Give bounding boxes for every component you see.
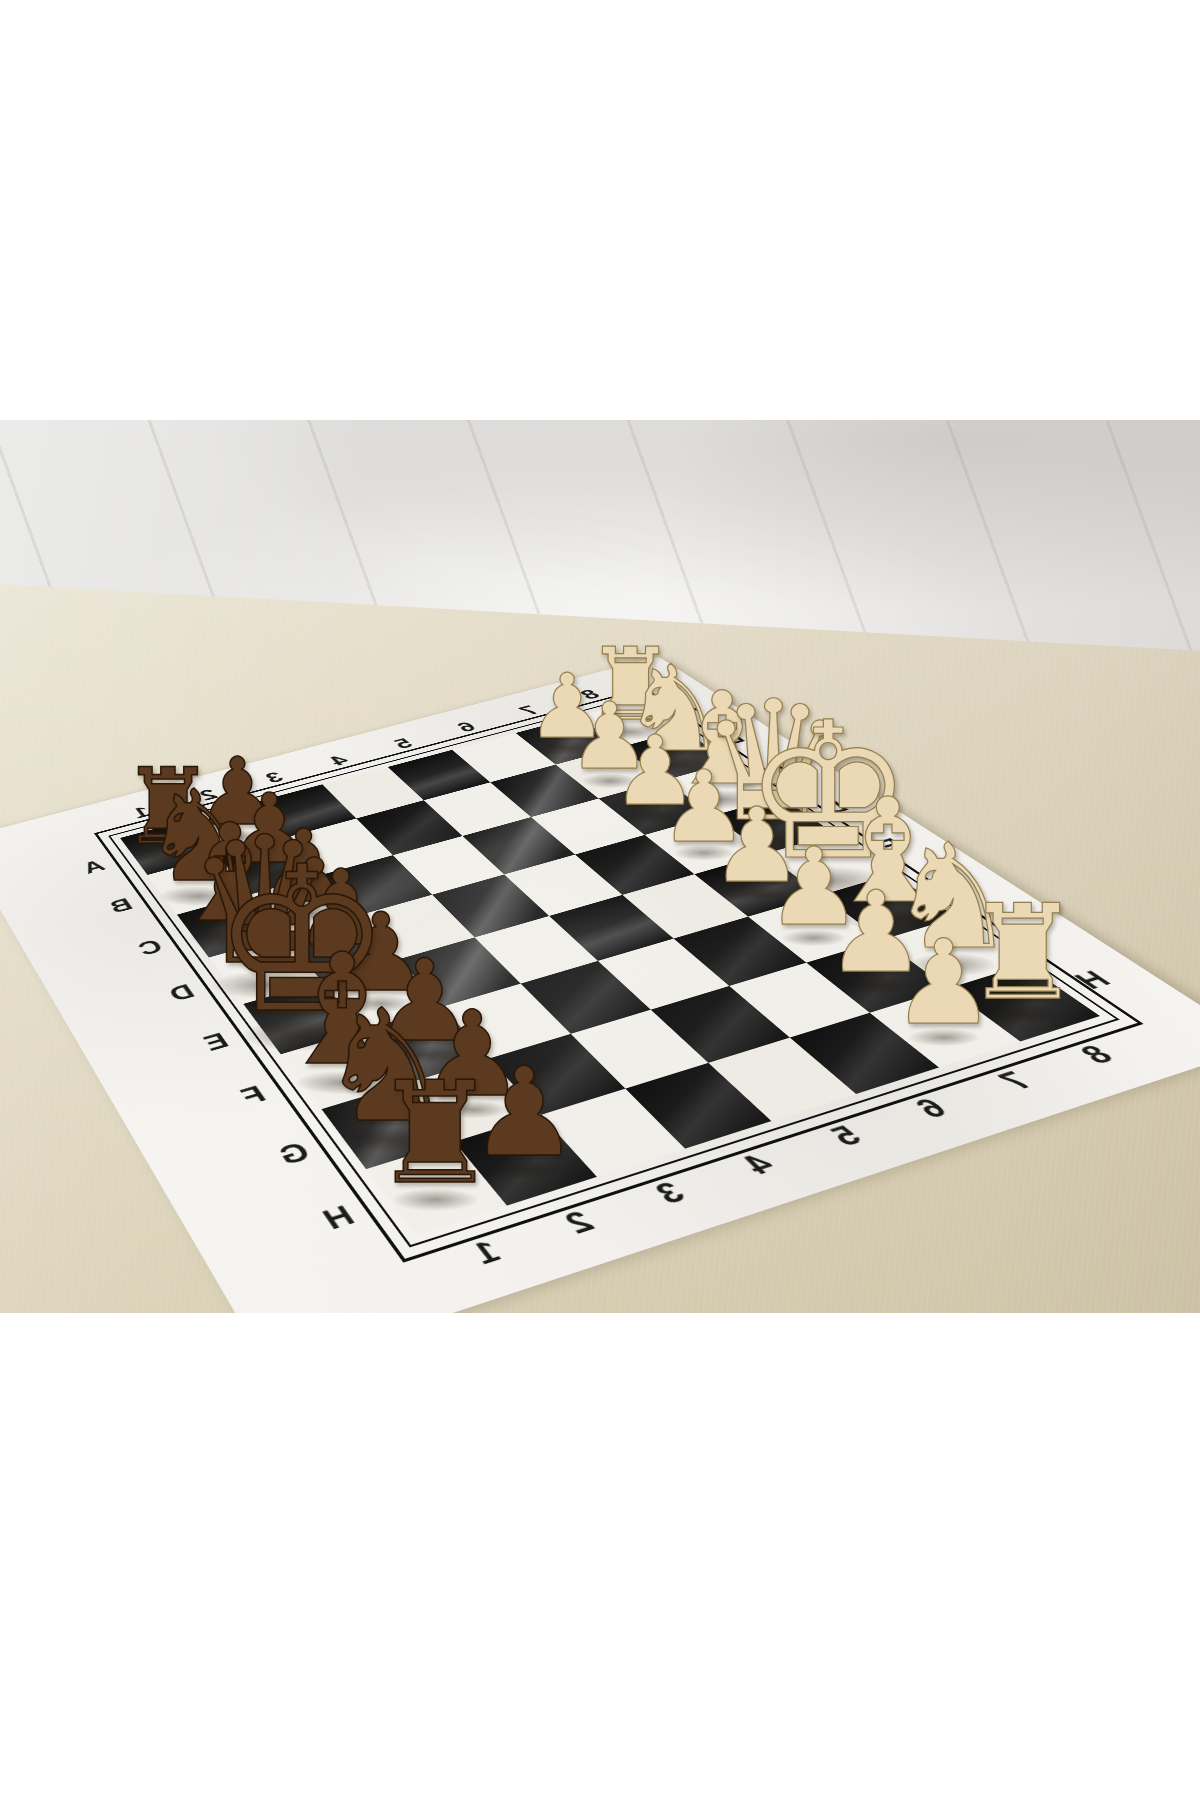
king-glyph: ♚ bbox=[212, 840, 392, 1041]
piece-light-pawn: ♟ bbox=[527, 662, 607, 751]
piece-light-knight: ♞ bbox=[887, 824, 1017, 969]
piece-light-rook: ♜ bbox=[585, 635, 675, 735]
piece-dark-queen: ♛ bbox=[186, 814, 344, 990]
piece-shadow bbox=[209, 829, 267, 844]
piece-dark-pawn: ♟ bbox=[374, 945, 475, 1058]
piece-dark-bishop: ♝ bbox=[169, 806, 290, 941]
queen-glyph: ♛ bbox=[186, 814, 344, 990]
piece-dark-king: ♚ bbox=[212, 840, 392, 1041]
piece-shadow bbox=[673, 845, 734, 861]
pawn-glyph: ♟ bbox=[826, 877, 926, 989]
piece-light-pawn: ♟ bbox=[568, 691, 650, 783]
piece-dark-pawn: ♟ bbox=[294, 856, 387, 960]
pawn-glyph: ♟ bbox=[766, 834, 862, 941]
pieces-layer: ♜♞♝♛♚♝♞♜♟♟♟♟♟♟♟♟♟♟♟♟♟♟♟♟♜♞♝♛♚♝♞♜ bbox=[0, 420, 1200, 1313]
piece-shadow bbox=[638, 756, 712, 775]
piece-shadow bbox=[210, 971, 319, 999]
rook-glyph: ♜ bbox=[585, 635, 675, 735]
pawn-glyph: ♟ bbox=[294, 856, 387, 960]
knight-glyph: ♞ bbox=[317, 989, 456, 1144]
piece-shadow bbox=[843, 907, 932, 930]
piece-light-king: ♚ bbox=[743, 697, 912, 886]
photo-canvas: AABBCCDDEEFFGGHH1122334455667788 ♜♞♝♛♚♝♞… bbox=[0, 0, 1200, 1800]
piece-shadow bbox=[486, 1160, 562, 1180]
piece-dark-rook: ♜ bbox=[372, 1063, 498, 1204]
piece-shadow bbox=[240, 866, 300, 881]
pawn-glyph: ♟ bbox=[568, 691, 650, 783]
pawn-glyph: ♟ bbox=[259, 817, 349, 917]
piece-shadow bbox=[725, 886, 789, 902]
piece-dark-knight: ♞ bbox=[317, 989, 456, 1144]
piece-dark-pawn: ♟ bbox=[419, 995, 525, 1113]
pawn-glyph: ♟ bbox=[469, 1051, 579, 1174]
piece-shadow bbox=[348, 995, 415, 1012]
piece-dark-pawn: ♟ bbox=[333, 899, 430, 1007]
piece-light-bishop: ♝ bbox=[823, 779, 952, 923]
piece-dark-pawn: ♟ bbox=[226, 781, 312, 877]
piece-light-pawn: ♟ bbox=[612, 722, 698, 818]
pawn-glyph: ♟ bbox=[196, 746, 279, 839]
piece-shadow bbox=[982, 1003, 1063, 1024]
piece-shadow bbox=[188, 927, 272, 949]
piece-shadow bbox=[136, 848, 201, 865]
piece-shadow bbox=[273, 906, 335, 922]
pawn-glyph: ♟ bbox=[527, 662, 607, 751]
piece-shadow bbox=[436, 1100, 509, 1119]
rook-glyph: ♜ bbox=[964, 887, 1081, 1018]
piece-dark-pawn: ♟ bbox=[196, 746, 279, 839]
piece-shadow bbox=[907, 953, 997, 976]
pawn-glyph: ♟ bbox=[612, 722, 698, 818]
pawn-glyph: ♟ bbox=[374, 945, 475, 1058]
piece-shadow bbox=[540, 741, 595, 755]
piece-shadow bbox=[770, 866, 887, 896]
pawn-glyph: ♟ bbox=[891, 924, 996, 1041]
photo-area: AABBCCDDEEFFGGHH1122334455667788 ♜♞♝♛♚♝♞… bbox=[0, 420, 1200, 1313]
rook-glyph: ♜ bbox=[121, 754, 215, 859]
pawn-glyph: ♟ bbox=[226, 781, 312, 877]
rook-glyph: ♜ bbox=[372, 1063, 498, 1204]
piece-light-pawn: ♟ bbox=[711, 794, 803, 897]
piece-shadow bbox=[339, 1127, 435, 1152]
bishop-glyph: ♝ bbox=[665, 676, 780, 804]
piece-light-queen: ♛ bbox=[699, 679, 848, 845]
bishop-glyph: ♝ bbox=[169, 806, 290, 941]
piece-light-pawn: ♟ bbox=[660, 757, 749, 856]
piece-shadow bbox=[722, 826, 825, 853]
pawn-glyph: ♟ bbox=[419, 995, 525, 1113]
piece-shadow bbox=[625, 808, 685, 823]
piece-shadow bbox=[581, 773, 638, 788]
piece-light-knight: ♞ bbox=[621, 650, 728, 769]
pawn-glyph: ♟ bbox=[711, 794, 803, 897]
pawn-glyph: ♟ bbox=[333, 899, 430, 1007]
piece-shadow bbox=[390, 1045, 460, 1063]
piece-shadow bbox=[295, 1070, 390, 1094]
piece-shadow bbox=[239, 1019, 364, 1051]
piece-shadow bbox=[309, 949, 373, 966]
piece-dark-bishop: ♝ bbox=[274, 934, 411, 1087]
piece-shadow bbox=[907, 1028, 980, 1047]
queen-glyph: ♛ bbox=[699, 679, 848, 845]
bishop-glyph: ♝ bbox=[823, 779, 952, 923]
piece-dark-rook: ♜ bbox=[121, 754, 215, 859]
king-glyph: ♚ bbox=[743, 697, 912, 886]
piece-shadow bbox=[841, 976, 910, 994]
piece-light-rook: ♜ bbox=[964, 887, 1081, 1018]
bishop-glyph: ♝ bbox=[274, 934, 411, 1087]
pawn-glyph: ♟ bbox=[660, 757, 749, 856]
piece-dark-pawn: ♟ bbox=[469, 1051, 579, 1174]
piece-light-bishop: ♝ bbox=[665, 676, 780, 804]
knight-glyph: ♞ bbox=[887, 824, 1017, 969]
knight-glyph: ♞ bbox=[142, 774, 255, 900]
piece-dark-knight: ♞ bbox=[142, 774, 255, 900]
piece-shadow bbox=[391, 1188, 478, 1211]
piece-light-pawn: ♟ bbox=[766, 834, 862, 941]
piece-shadow bbox=[682, 790, 761, 810]
piece-shadow bbox=[159, 886, 237, 906]
piece-shadow bbox=[599, 724, 661, 740]
knight-glyph: ♞ bbox=[621, 650, 728, 769]
piece-light-pawn: ♟ bbox=[891, 924, 996, 1041]
piece-shadow bbox=[781, 929, 847, 946]
piece-light-pawn: ♟ bbox=[826, 877, 926, 989]
piece-dark-pawn: ♟ bbox=[259, 817, 349, 917]
